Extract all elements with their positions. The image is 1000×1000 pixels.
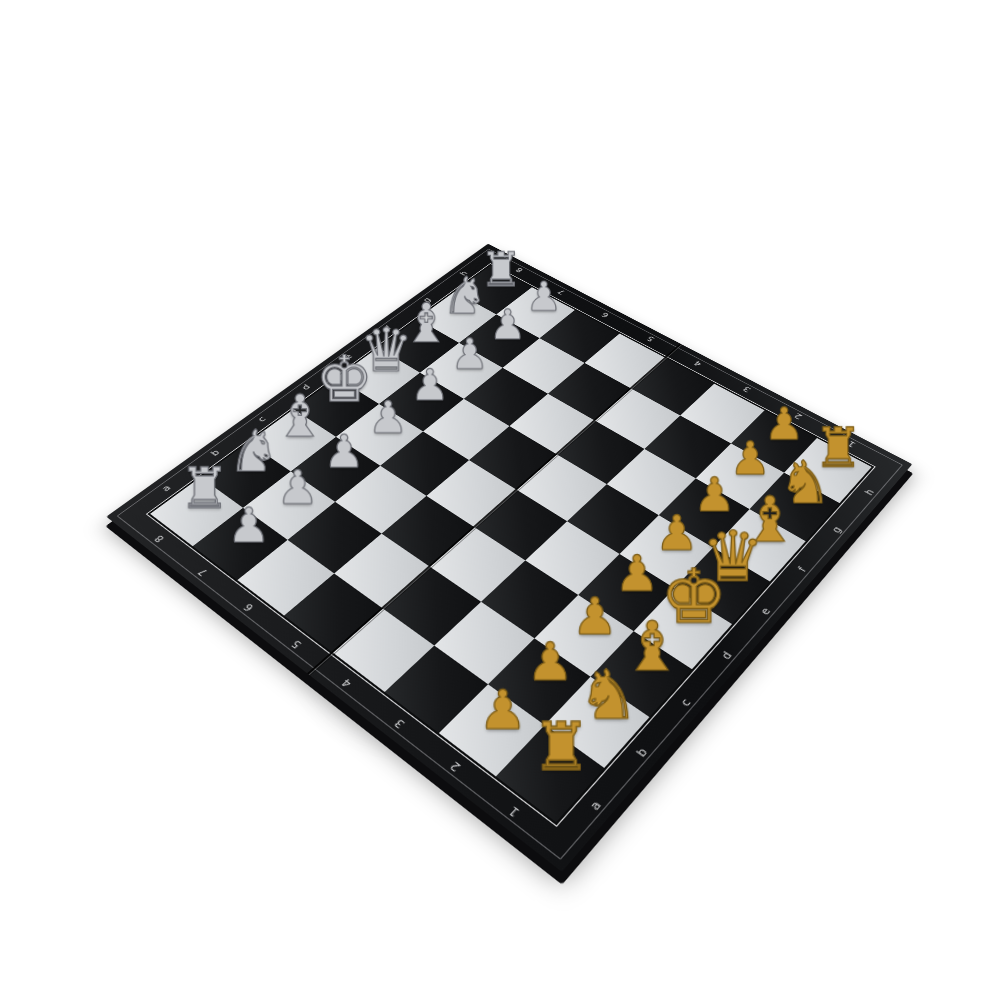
chess-board: aa88bb77cc66dd55ee44ff33gg22hh11 ♜♞♝♚♛♝♞… xyxy=(106,244,912,872)
piece-silver-pawn-a7[interactable]: ♟ xyxy=(215,501,282,549)
piece-gold-rook-a1[interactable]: ♜ xyxy=(523,714,600,781)
product-photo-stage: aa88bb77cc66dd55ee44ff33gg22hh11 ♜♞♝♚♛♝♞… xyxy=(0,0,1000,1000)
